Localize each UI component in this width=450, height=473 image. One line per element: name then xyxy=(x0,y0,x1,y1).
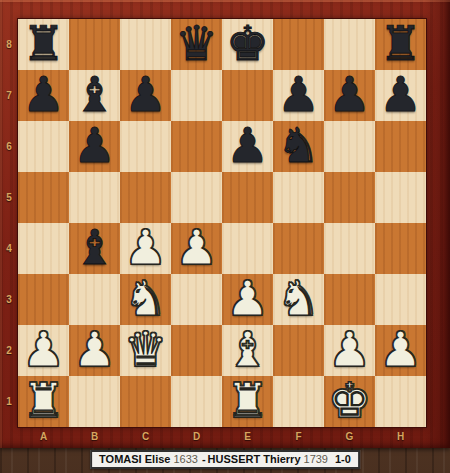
black-king-icon: ♚ xyxy=(226,19,269,67)
square-h4[interactable] xyxy=(375,223,426,274)
file-label-f: F xyxy=(273,428,324,448)
square-f8[interactable] xyxy=(273,19,324,70)
square-g1[interactable]: ♚ xyxy=(324,376,375,427)
white-pawn-icon: ♟ xyxy=(226,274,269,322)
square-c5[interactable] xyxy=(120,172,171,223)
square-d5[interactable] xyxy=(171,172,222,223)
square-c3[interactable]: ♞ xyxy=(120,274,171,325)
square-a3[interactable] xyxy=(18,274,69,325)
chessboard: ♜♛♚♜♟♝♟♟♟♟♟♟♞♝♟♟♞♟♞♟♟♛♝♟♟♜♜♚ xyxy=(18,19,426,427)
square-d4[interactable]: ♟ xyxy=(171,223,222,274)
square-a6[interactable] xyxy=(18,121,69,172)
square-f7[interactable]: ♟ xyxy=(273,70,324,121)
white-player-rating: 1633 xyxy=(173,453,197,465)
black-pawn-icon: ♟ xyxy=(73,121,116,169)
square-b8[interactable] xyxy=(69,19,120,70)
square-f3[interactable]: ♞ xyxy=(273,274,324,325)
game-caption: TOMASI Elise1633-HUSSERT Thierry17391-0 xyxy=(90,450,360,469)
white-pawn-icon: ♟ xyxy=(73,325,116,373)
file-label-e: E xyxy=(222,428,273,448)
players-separator: - xyxy=(202,453,206,465)
square-d7[interactable] xyxy=(171,70,222,121)
square-g6[interactable] xyxy=(324,121,375,172)
square-b1[interactable] xyxy=(69,376,120,427)
square-d1[interactable] xyxy=(171,376,222,427)
square-d8[interactable]: ♛ xyxy=(171,19,222,70)
square-e6[interactable]: ♟ xyxy=(222,121,273,172)
square-c4[interactable]: ♟ xyxy=(120,223,171,274)
frame-shading xyxy=(424,0,450,448)
square-b3[interactable] xyxy=(69,274,120,325)
square-d6[interactable] xyxy=(171,121,222,172)
square-e2[interactable]: ♝ xyxy=(222,325,273,376)
square-e4[interactable] xyxy=(222,223,273,274)
square-f1[interactable] xyxy=(273,376,324,427)
square-a2[interactable]: ♟ xyxy=(18,325,69,376)
file-labels: ABCDEFGH xyxy=(18,428,426,448)
square-e8[interactable]: ♚ xyxy=(222,19,273,70)
square-f2[interactable] xyxy=(273,325,324,376)
black-player-rating: 1739 xyxy=(304,453,328,465)
black-knight-icon: ♞ xyxy=(277,121,320,169)
file-label-d: D xyxy=(171,428,222,448)
file-label-a: A xyxy=(18,428,69,448)
square-h7[interactable]: ♟ xyxy=(375,70,426,121)
black-player-name: HUSSERT Thierry xyxy=(208,453,301,465)
square-b2[interactable]: ♟ xyxy=(69,325,120,376)
black-pawn-icon: ♟ xyxy=(22,70,65,118)
square-b5[interactable] xyxy=(69,172,120,223)
white-pawn-icon: ♟ xyxy=(379,325,422,373)
rank-label-3: 3 xyxy=(0,274,18,325)
square-h8[interactable]: ♜ xyxy=(375,19,426,70)
square-c7[interactable]: ♟ xyxy=(120,70,171,121)
rank-label-6: 6 xyxy=(0,121,18,172)
square-c6[interactable] xyxy=(120,121,171,172)
white-pawn-icon: ♟ xyxy=(124,223,167,271)
black-pawn-icon: ♟ xyxy=(226,121,269,169)
square-b6[interactable]: ♟ xyxy=(69,121,120,172)
white-knight-icon: ♞ xyxy=(277,274,320,322)
square-e1[interactable]: ♜ xyxy=(222,376,273,427)
black-pawn-icon: ♟ xyxy=(328,70,371,118)
rank-label-1: 1 xyxy=(0,376,18,427)
black-queen-icon: ♛ xyxy=(175,19,218,67)
black-bishop-icon: ♝ xyxy=(73,70,116,118)
white-pawn-icon: ♟ xyxy=(22,325,65,373)
rank-label-8: 8 xyxy=(0,19,18,70)
square-a4[interactable] xyxy=(18,223,69,274)
black-rook-icon: ♜ xyxy=(22,19,65,67)
square-c8[interactable] xyxy=(120,19,171,70)
square-h2[interactable]: ♟ xyxy=(375,325,426,376)
black-rook-icon: ♜ xyxy=(379,19,422,67)
square-g2[interactable]: ♟ xyxy=(324,325,375,376)
square-c1[interactable] xyxy=(120,376,171,427)
square-a1[interactable]: ♜ xyxy=(18,376,69,427)
square-h3[interactable] xyxy=(375,274,426,325)
square-b4[interactable]: ♝ xyxy=(69,223,120,274)
black-pawn-icon: ♟ xyxy=(277,70,320,118)
file-label-h: H xyxy=(375,428,426,448)
square-g5[interactable] xyxy=(324,172,375,223)
white-pawn-icon: ♟ xyxy=(328,325,371,373)
square-e3[interactable]: ♟ xyxy=(222,274,273,325)
square-g3[interactable] xyxy=(324,274,375,325)
white-rook-icon: ♜ xyxy=(226,376,269,424)
white-rook-icon: ♜ xyxy=(22,376,65,424)
square-h5[interactable] xyxy=(375,172,426,223)
square-g4[interactable] xyxy=(324,223,375,274)
square-f4[interactable] xyxy=(273,223,324,274)
square-d2[interactable] xyxy=(171,325,222,376)
black-pawn-icon: ♟ xyxy=(124,70,167,118)
black-bishop-icon: ♝ xyxy=(73,223,116,271)
square-b7[interactable]: ♝ xyxy=(69,70,120,121)
rank-label-7: 7 xyxy=(0,70,18,121)
rank-label-5: 5 xyxy=(0,172,18,223)
white-king-icon: ♚ xyxy=(328,376,371,424)
square-a7[interactable]: ♟ xyxy=(18,70,69,121)
game-result: 1-0 xyxy=(335,453,351,465)
square-c2[interactable]: ♛ xyxy=(120,325,171,376)
square-h1[interactable] xyxy=(375,376,426,427)
square-e7[interactable] xyxy=(222,70,273,121)
file-label-c: C xyxy=(120,428,171,448)
chessboard-frame: ♜♛♚♜♟♝♟♟♟♟♟♟♞♝♟♟♞♟♞♟♟♛♝♟♟♜♜♚ 87654321 AB… xyxy=(0,0,450,448)
white-bishop-icon: ♝ xyxy=(226,325,269,373)
white-pawn-icon: ♟ xyxy=(175,223,218,271)
white-queen-icon: ♛ xyxy=(124,325,167,373)
white-player-name: TOMASI Elise xyxy=(99,453,170,465)
square-g7[interactable]: ♟ xyxy=(324,70,375,121)
file-label-b: B xyxy=(69,428,120,448)
square-g8[interactable] xyxy=(324,19,375,70)
rank-label-2: 2 xyxy=(0,325,18,376)
square-f5[interactable] xyxy=(273,172,324,223)
square-d3[interactable] xyxy=(171,274,222,325)
square-e5[interactable] xyxy=(222,172,273,223)
rank-label-4: 4 xyxy=(0,223,18,274)
square-a8[interactable]: ♜ xyxy=(18,19,69,70)
black-pawn-icon: ♟ xyxy=(379,70,422,118)
file-label-g: G xyxy=(324,428,375,448)
square-h6[interactable] xyxy=(375,121,426,172)
square-f6[interactable]: ♞ xyxy=(273,121,324,172)
white-knight-icon: ♞ xyxy=(124,274,167,322)
rank-labels: 87654321 xyxy=(0,19,18,427)
square-a5[interactable] xyxy=(18,172,69,223)
